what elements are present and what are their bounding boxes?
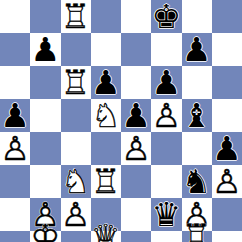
white-pawn-piece: ♟♙ <box>121 132 151 165</box>
square-g2[interactable]: ♟♙ <box>182 198 212 231</box>
square-d3[interactable]: ♜♖ <box>91 165 121 198</box>
square-b3[interactable] <box>30 165 60 198</box>
black-pawn-piece: ♟ <box>151 66 181 99</box>
square-e6[interactable] <box>121 66 151 99</box>
piece-fill: ♜ <box>182 231 212 242</box>
square-d4[interactable] <box>91 132 121 165</box>
square-c3[interactable]: ♞♘ <box>61 165 91 198</box>
piece-outline: ♖ <box>61 0 91 33</box>
piece-outline: ♙ <box>151 99 181 132</box>
square-g5[interactable]: ♝ <box>182 99 212 132</box>
piece-fill: ♛ <box>91 231 121 242</box>
square-e4[interactable]: ♟♙ <box>121 132 151 165</box>
square-e8[interactable] <box>121 0 151 33</box>
square-a3[interactable] <box>0 165 30 198</box>
square-c8[interactable]: ♜♖ <box>61 0 91 33</box>
square-b7[interactable]: ♟ <box>30 33 60 66</box>
square-a1[interactable] <box>0 231 30 242</box>
square-f7[interactable] <box>151 33 181 66</box>
square-g7[interactable]: ♟ <box>182 33 212 66</box>
square-b6[interactable] <box>30 66 60 99</box>
piece-outline: ♔ <box>30 231 60 242</box>
piece-fill: ♟ <box>0 132 30 165</box>
white-knight-piece: ♞♘ <box>61 165 91 198</box>
black-bishop-piece: ♝ <box>182 99 212 132</box>
white-pawn-piece: ♟♙ <box>0 132 30 165</box>
square-c6[interactable]: ♜♖ <box>61 66 91 99</box>
piece-outline: ♙ <box>121 132 151 165</box>
chess-board: ♜♖♚♟♟♜♖♟♟♟♞♘♟♟♙♝♟♙♟♙♟♞♘♜♖♞♟♙♟♙♟♙♛♟♙♚♔♛♕♜… <box>0 0 242 242</box>
square-d5[interactable]: ♞♘ <box>91 99 121 132</box>
piece-outline: ♙ <box>0 132 30 165</box>
square-c2[interactable]: ♟♙ <box>61 198 91 231</box>
square-g6[interactable] <box>182 66 212 99</box>
piece-fill: ♟ <box>30 198 60 231</box>
square-f3[interactable] <box>151 165 181 198</box>
piece-fill: ♞ <box>91 99 121 132</box>
black-queen-piece: ♛ <box>151 198 181 231</box>
square-h3[interactable]: ♟♙ <box>212 165 242 198</box>
square-a4[interactable]: ♟♙ <box>0 132 30 165</box>
black-knight-piece: ♞ <box>182 165 212 198</box>
black-pawn-piece: ♟ <box>182 33 212 66</box>
square-e2[interactable] <box>121 198 151 231</box>
white-pawn-piece: ♟♙ <box>151 99 181 132</box>
piece-fill: ♟ <box>121 132 151 165</box>
piece-fill: ♟ <box>151 99 181 132</box>
white-king-piece: ♚♔ <box>30 231 60 242</box>
white-rook-piece: ♜♖ <box>61 66 91 99</box>
square-c4[interactable] <box>61 132 91 165</box>
square-g1[interactable]: ♜♖ <box>182 231 212 242</box>
square-d6[interactable]: ♟ <box>91 66 121 99</box>
piece-fill: ♜ <box>61 0 91 33</box>
black-pawn-piece: ♟ <box>91 66 121 99</box>
square-d2[interactable] <box>91 198 121 231</box>
piece-outline: ♙ <box>30 198 60 231</box>
white-rook-piece: ♜♖ <box>61 0 91 33</box>
white-pawn-piece: ♟♙ <box>61 198 91 231</box>
square-f5[interactable]: ♟♙ <box>151 99 181 132</box>
square-b5[interactable] <box>30 99 60 132</box>
square-e3[interactable] <box>121 165 151 198</box>
square-g3[interactable]: ♞ <box>182 165 212 198</box>
square-h2[interactable] <box>212 198 242 231</box>
white-pawn-piece: ♟♙ <box>212 165 242 198</box>
white-knight-piece: ♞♘ <box>91 99 121 132</box>
square-h5[interactable] <box>212 99 242 132</box>
square-g8[interactable] <box>182 0 212 33</box>
square-b2[interactable]: ♟♙ <box>30 198 60 231</box>
square-f6[interactable]: ♟ <box>151 66 181 99</box>
piece-outline: ♘ <box>91 99 121 132</box>
square-f2[interactable]: ♛ <box>151 198 181 231</box>
square-h8[interactable] <box>212 0 242 33</box>
piece-outline: ♙ <box>212 165 242 198</box>
square-e1[interactable] <box>121 231 151 242</box>
square-h6[interactable] <box>212 66 242 99</box>
white-rook-piece: ♜♖ <box>182 231 212 242</box>
white-pawn-piece: ♟♙ <box>182 198 212 231</box>
piece-outline: ♖ <box>61 66 91 99</box>
piece-outline: ♖ <box>91 165 121 198</box>
piece-fill: ♞ <box>61 165 91 198</box>
square-c5[interactable] <box>61 99 91 132</box>
white-pawn-piece: ♟♙ <box>30 198 60 231</box>
square-e7[interactable] <box>121 33 151 66</box>
piece-outline: ♙ <box>182 198 212 231</box>
black-pawn-piece: ♟ <box>121 99 151 132</box>
black-king-piece: ♚ <box>151 0 181 33</box>
square-h7[interactable] <box>212 33 242 66</box>
square-a6[interactable] <box>0 66 30 99</box>
black-pawn-piece: ♟ <box>212 132 242 165</box>
white-queen-piece: ♛♕ <box>91 231 121 242</box>
square-a8[interactable] <box>0 0 30 33</box>
square-c1[interactable] <box>61 231 91 242</box>
square-h4[interactable]: ♟ <box>212 132 242 165</box>
square-f8[interactable]: ♚ <box>151 0 181 33</box>
square-a5[interactable]: ♟ <box>0 99 30 132</box>
square-a2[interactable] <box>0 198 30 231</box>
square-b1[interactable]: ♚♔ <box>30 231 60 242</box>
square-f4[interactable] <box>151 132 181 165</box>
square-a7[interactable] <box>0 33 30 66</box>
piece-fill: ♜ <box>61 66 91 99</box>
black-pawn-piece: ♟ <box>0 99 30 132</box>
piece-outline: ♘ <box>61 165 91 198</box>
square-d8[interactable] <box>91 0 121 33</box>
square-e5[interactable]: ♟ <box>121 99 151 132</box>
piece-outline: ♖ <box>182 231 212 242</box>
square-b4[interactable] <box>30 132 60 165</box>
square-h1[interactable] <box>212 231 242 242</box>
piece-outline: ♕ <box>91 231 121 242</box>
square-d1[interactable]: ♛♕ <box>91 231 121 242</box>
square-f1[interactable] <box>151 231 181 242</box>
piece-fill: ♟ <box>212 165 242 198</box>
white-rook-piece: ♜♖ <box>91 165 121 198</box>
piece-fill: ♚ <box>30 231 60 242</box>
square-b8[interactable] <box>30 0 60 33</box>
square-d7[interactable] <box>91 33 121 66</box>
piece-fill: ♟ <box>61 198 91 231</box>
square-g4[interactable] <box>182 132 212 165</box>
piece-outline: ♙ <box>61 198 91 231</box>
square-c7[interactable] <box>61 33 91 66</box>
piece-fill: ♟ <box>182 198 212 231</box>
black-pawn-piece: ♟ <box>30 33 60 66</box>
piece-fill: ♜ <box>91 165 121 198</box>
